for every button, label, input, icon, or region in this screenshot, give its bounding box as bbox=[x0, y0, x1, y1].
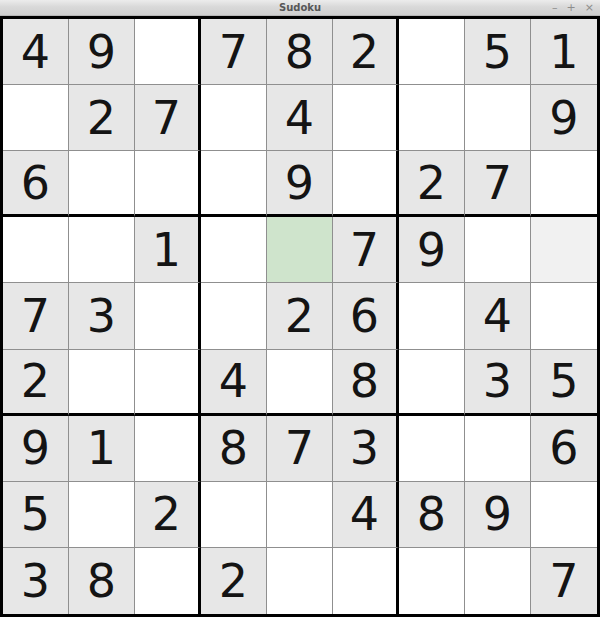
cell-r6c2[interactable] bbox=[69, 350, 135, 416]
cell-r2c8[interactable] bbox=[465, 85, 531, 151]
cell-r2c6[interactable] bbox=[333, 85, 399, 151]
cell-r4c9[interactable] bbox=[531, 217, 597, 283]
cell-r6c6[interactable]: 8 bbox=[333, 350, 399, 416]
cell-r5c9[interactable] bbox=[531, 283, 597, 349]
cell-r2c2[interactable]: 2 bbox=[69, 85, 135, 151]
cell-r8c3[interactable]: 2 bbox=[135, 482, 201, 548]
maximize-icon[interactable]: + bbox=[567, 1, 576, 15]
cell-r3c3[interactable] bbox=[135, 151, 201, 217]
cell-r4c7[interactable]: 9 bbox=[399, 217, 465, 283]
title-bar: Sudoku – + × bbox=[0, 0, 600, 16]
cell-r1c3[interactable] bbox=[135, 19, 201, 85]
cell-r4c4[interactable] bbox=[201, 217, 267, 283]
cell-r9c6[interactable] bbox=[333, 548, 399, 614]
cell-r1c9[interactable]: 1 bbox=[531, 19, 597, 85]
cell-r9c8[interactable] bbox=[465, 548, 531, 614]
cell-r1c7[interactable] bbox=[399, 19, 465, 85]
window-title: Sudoku bbox=[279, 0, 321, 16]
cell-r7c4[interactable]: 8 bbox=[201, 416, 267, 482]
cell-r4c2[interactable] bbox=[69, 217, 135, 283]
cell-r3c9[interactable] bbox=[531, 151, 597, 217]
cell-r9c1[interactable]: 3 bbox=[3, 548, 69, 614]
cell-r5c2[interactable]: 3 bbox=[69, 283, 135, 349]
cell-r6c9[interactable]: 5 bbox=[531, 350, 597, 416]
cell-r8c8[interactable]: 9 bbox=[465, 482, 531, 548]
cell-r7c3[interactable] bbox=[135, 416, 201, 482]
cell-r3c8[interactable]: 7 bbox=[465, 151, 531, 217]
cell-r3c2[interactable] bbox=[69, 151, 135, 217]
cell-r3c5[interactable]: 9 bbox=[267, 151, 333, 217]
cell-r2c1[interactable] bbox=[3, 85, 69, 151]
cell-r1c8[interactable]: 5 bbox=[465, 19, 531, 85]
cell-r3c7[interactable]: 2 bbox=[399, 151, 465, 217]
cell-r1c5[interactable]: 8 bbox=[267, 19, 333, 85]
cell-r9c4[interactable]: 2 bbox=[201, 548, 267, 614]
cell-r8c4[interactable] bbox=[201, 482, 267, 548]
cell-r7c9[interactable]: 6 bbox=[531, 416, 597, 482]
cell-r8c5[interactable] bbox=[267, 482, 333, 548]
cell-r6c3[interactable] bbox=[135, 350, 201, 416]
cell-r6c1[interactable]: 2 bbox=[3, 350, 69, 416]
cell-r4c3[interactable]: 1 bbox=[135, 217, 201, 283]
cell-r7c7[interactable] bbox=[399, 416, 465, 482]
window-controls: – + × bbox=[552, 0, 594, 16]
cell-r8c6[interactable]: 4 bbox=[333, 482, 399, 548]
cell-r4c6[interactable]: 7 bbox=[333, 217, 399, 283]
cell-r2c7[interactable] bbox=[399, 85, 465, 151]
cell-r7c5[interactable]: 7 bbox=[267, 416, 333, 482]
cell-r3c4[interactable] bbox=[201, 151, 267, 217]
cell-r4c5[interactable] bbox=[267, 217, 333, 283]
cell-r9c3[interactable] bbox=[135, 548, 201, 614]
cell-r7c8[interactable] bbox=[465, 416, 531, 482]
cell-r8c9[interactable] bbox=[531, 482, 597, 548]
cell-r9c5[interactable] bbox=[267, 548, 333, 614]
cell-r2c9[interactable]: 9 bbox=[531, 85, 597, 151]
cell-r1c2[interactable]: 9 bbox=[69, 19, 135, 85]
cell-r5c7[interactable] bbox=[399, 283, 465, 349]
cell-r4c8[interactable] bbox=[465, 217, 531, 283]
cell-r5c8[interactable]: 4 bbox=[465, 283, 531, 349]
cell-r9c9[interactable]: 7 bbox=[531, 548, 597, 614]
close-icon[interactable]: × bbox=[585, 1, 594, 15]
cell-r6c7[interactable] bbox=[399, 350, 465, 416]
cell-r1c6[interactable]: 2 bbox=[333, 19, 399, 85]
cell-r6c5[interactable] bbox=[267, 350, 333, 416]
cell-r1c1[interactable]: 4 bbox=[3, 19, 69, 85]
cell-r1c4[interactable]: 7 bbox=[201, 19, 267, 85]
cell-r5c3[interactable] bbox=[135, 283, 201, 349]
cell-r2c4[interactable] bbox=[201, 85, 267, 151]
cell-r9c2[interactable]: 8 bbox=[69, 548, 135, 614]
cell-r5c5[interactable]: 2 bbox=[267, 283, 333, 349]
cell-r5c4[interactable] bbox=[201, 283, 267, 349]
minimize-icon[interactable]: – bbox=[552, 1, 558, 15]
cell-r2c3[interactable]: 7 bbox=[135, 85, 201, 151]
sudoku-board: 4978251274969271797326424835918736524893… bbox=[0, 16, 600, 617]
cell-r5c1[interactable]: 7 bbox=[3, 283, 69, 349]
cell-r8c1[interactable]: 5 bbox=[3, 482, 69, 548]
cell-r6c4[interactable]: 4 bbox=[201, 350, 267, 416]
cell-r7c6[interactable]: 3 bbox=[333, 416, 399, 482]
cell-r6c8[interactable]: 3 bbox=[465, 350, 531, 416]
cell-r3c1[interactable]: 6 bbox=[3, 151, 69, 217]
cell-r7c2[interactable]: 1 bbox=[69, 416, 135, 482]
cell-r4c1[interactable] bbox=[3, 217, 69, 283]
cell-r7c1[interactable]: 9 bbox=[3, 416, 69, 482]
cell-r8c7[interactable]: 8 bbox=[399, 482, 465, 548]
cell-r9c7[interactable] bbox=[399, 548, 465, 614]
cell-r5c6[interactable]: 6 bbox=[333, 283, 399, 349]
cell-r3c6[interactable] bbox=[333, 151, 399, 217]
cell-r2c5[interactable]: 4 bbox=[267, 85, 333, 151]
cell-r8c2[interactable] bbox=[69, 482, 135, 548]
